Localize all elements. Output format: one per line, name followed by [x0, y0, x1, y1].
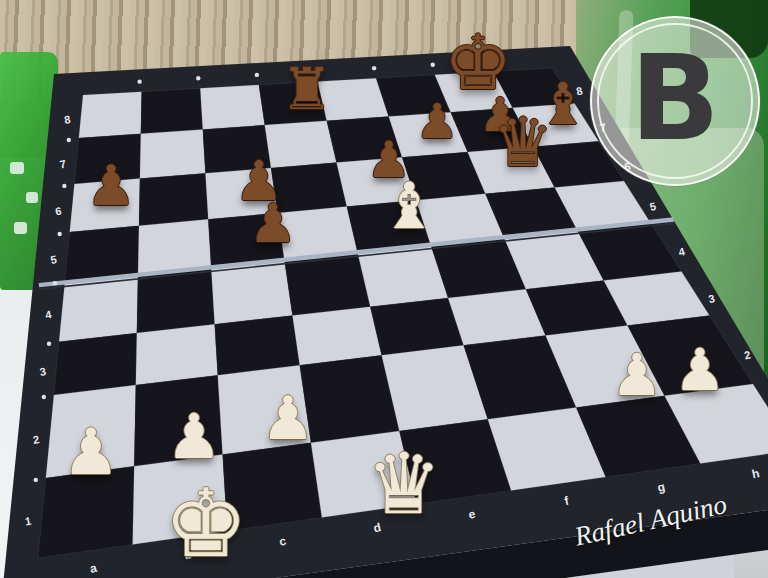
frame-dot — [34, 478, 38, 482]
square-a3 — [54, 333, 137, 395]
square-d5 — [278, 207, 358, 259]
b-logo-inner-ring — [597, 23, 753, 179]
square-b5 — [138, 219, 211, 273]
frame-dot — [53, 281, 57, 285]
frame-dot — [57, 232, 61, 236]
square-a6 — [70, 179, 140, 232]
square-c1 — [223, 443, 322, 531]
frame-dot — [313, 69, 317, 73]
square-b4 — [137, 266, 215, 333]
square-e5 — [347, 200, 431, 251]
square-b8 — [141, 88, 203, 133]
square-a8 — [79, 92, 142, 138]
square-b7 — [140, 129, 206, 178]
square-c6 — [205, 168, 277, 219]
frame-dot — [196, 76, 200, 80]
square-d6 — [271, 163, 347, 213]
frame-dot — [67, 138, 71, 142]
frame-dot — [137, 79, 141, 83]
square-b2 — [134, 375, 222, 466]
square-c4 — [211, 259, 292, 324]
square-a7 — [74, 134, 140, 184]
frame-dot — [255, 73, 259, 77]
b-logo-badge: B — [590, 16, 760, 186]
square-d1 — [311, 431, 417, 518]
frame-dot — [372, 66, 376, 70]
frame-dot — [42, 395, 46, 399]
frame-dot — [431, 63, 435, 67]
square-d4 — [284, 251, 370, 315]
square-e3 — [370, 298, 463, 355]
square-c2 — [218, 365, 311, 454]
frame-dot — [47, 342, 51, 346]
square-a2 — [46, 385, 136, 478]
square-b3 — [136, 324, 218, 385]
square-d3 — [292, 307, 381, 366]
square-d7 — [265, 121, 337, 168]
square-b1 — [133, 454, 228, 544]
square-c7 — [203, 125, 271, 173]
square-c5 — [208, 213, 284, 266]
square-c8 — [200, 85, 264, 130]
frame-dot — [489, 59, 493, 63]
square-a1 — [38, 466, 134, 558]
frame-dot — [62, 184, 66, 188]
square-c3 — [215, 315, 300, 375]
square-d8 — [259, 82, 327, 126]
square-b6 — [139, 173, 208, 225]
square-a5 — [65, 226, 139, 281]
